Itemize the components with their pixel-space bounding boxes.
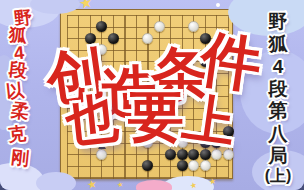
right-caption-char: 狐 — [269, 34, 288, 53]
title-char: 上 — [178, 83, 239, 160]
right-caption-char: 第 — [269, 101, 288, 120]
star-icon: ★ — [189, 181, 198, 190]
star-icon: ★ — [116, 180, 124, 188]
right-caption-char: 局 — [269, 146, 288, 165]
left-caption-char: 狐 — [8, 25, 28, 45]
star-icon: ★ — [78, 0, 94, 11]
star-icon: ★ — [208, 177, 217, 186]
right-caption-char: 段 — [269, 79, 288, 98]
star-icon: ★ — [86, 178, 98, 190]
sparkle-shape — [216, 3, 220, 7]
title-char: 要 — [128, 80, 184, 156]
left-caption-char: 克 — [7, 124, 27, 144]
right-caption-char: 八 — [269, 124, 288, 143]
cloud-shape — [36, 172, 76, 190]
video-thumbnail: ★★★★★ 创造条件 也要上 野狐4段以柔克刚 野狐4段第八局(上) — [0, 0, 304, 190]
left-caption-char: 以 — [5, 81, 25, 101]
paw-icon — [136, 180, 172, 190]
right-caption-char: (上) — [265, 168, 292, 184]
left-caption-char: 段 — [8, 60, 28, 80]
left-caption-char: 柔 — [10, 101, 30, 121]
title-char: 也 — [62, 83, 121, 158]
right-caption-char: 野 — [269, 12, 288, 31]
right-caption-char: 4 — [273, 57, 284, 76]
left-caption-char: 刚 — [10, 148, 30, 168]
